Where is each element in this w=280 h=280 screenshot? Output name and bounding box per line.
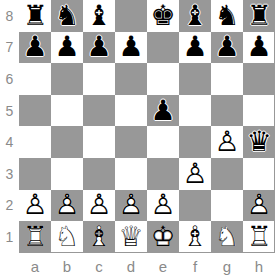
square-a6[interactable] <box>19 63 51 95</box>
rank-label-1: 1 <box>0 221 19 253</box>
file-label-a: a <box>19 253 51 280</box>
piece-glyph: ♟ <box>83 32 115 64</box>
rank-label-3: 3 <box>0 158 19 190</box>
piece-glyph: ♟ <box>243 32 275 64</box>
square-e8[interactable]: ♚ <box>147 0 179 32</box>
piece-white-bishop[interactable]: ♝♗ <box>179 221 211 253</box>
square-e3[interactable] <box>147 158 179 190</box>
piece-outline: ♘ <box>211 221 243 253</box>
piece-white-bishop[interactable]: ♝♗ <box>83 221 115 253</box>
square-g3[interactable] <box>211 158 243 190</box>
square-g1[interactable]: ♞♘ <box>211 221 243 253</box>
corner-spacer <box>0 253 19 280</box>
piece-black-pawn[interactable]: ♟ <box>211 32 243 64</box>
file-label-h: h <box>243 253 275 280</box>
square-g8[interactable]: ♞ <box>211 0 243 32</box>
piece-outline: ♙ <box>147 190 179 222</box>
square-c7[interactable]: ♟ <box>83 32 115 64</box>
chess-diagram: 8♜♞♝♚♝♞♜7♟♟♟♟♟♟♟65♟4♟♙♛3♟♙2♟♙♟♙♟♙♟♙♟♙♟♙1… <box>0 0 280 280</box>
piece-outline: ♗ <box>179 221 211 253</box>
square-a4[interactable] <box>19 126 51 158</box>
square-h4[interactable]: ♛ <box>243 126 275 158</box>
square-f3[interactable]: ♟♙ <box>179 158 211 190</box>
square-e7[interactable] <box>147 32 179 64</box>
square-b3[interactable] <box>51 158 83 190</box>
piece-outline: ♙ <box>243 190 275 222</box>
square-b4[interactable] <box>51 126 83 158</box>
piece-glyph: ♝ <box>83 0 115 32</box>
piece-outline: ♕ <box>115 221 147 253</box>
square-f8[interactable]: ♝ <box>179 0 211 32</box>
piece-black-king[interactable]: ♚ <box>147 0 179 32</box>
square-a5[interactable] <box>19 95 51 127</box>
square-d2[interactable]: ♟♙ <box>115 190 147 222</box>
piece-white-rook[interactable]: ♜♖ <box>243 221 275 253</box>
square-f1[interactable]: ♝♗ <box>179 221 211 253</box>
square-h1[interactable]: ♜♖ <box>243 221 275 253</box>
square-c4[interactable] <box>83 126 115 158</box>
square-e4[interactable] <box>147 126 179 158</box>
piece-white-queen[interactable]: ♛♕ <box>115 221 147 253</box>
piece-outline: ♔ <box>147 221 179 253</box>
square-d5[interactable] <box>115 95 147 127</box>
square-g4[interactable]: ♟♙ <box>211 126 243 158</box>
piece-black-queen[interactable]: ♛ <box>243 126 275 158</box>
square-d8[interactable] <box>115 0 147 32</box>
piece-black-knight[interactable]: ♞ <box>211 0 243 32</box>
square-f6[interactable] <box>179 63 211 95</box>
square-e6[interactable] <box>147 63 179 95</box>
square-h8[interactable]: ♜ <box>243 0 275 32</box>
piece-glyph: ♟ <box>211 32 243 64</box>
piece-glyph: ♟ <box>115 32 147 64</box>
square-d6[interactable] <box>115 63 147 95</box>
square-e2[interactable]: ♟♙ <box>147 190 179 222</box>
square-b5[interactable] <box>51 95 83 127</box>
piece-white-pawn[interactable]: ♟♙ <box>211 126 243 158</box>
piece-white-pawn[interactable]: ♟♙ <box>147 190 179 222</box>
piece-black-pawn[interactable]: ♟ <box>179 32 211 64</box>
square-c5[interactable] <box>83 95 115 127</box>
square-h7[interactable]: ♟ <box>243 32 275 64</box>
square-h6[interactable] <box>243 63 275 95</box>
square-b2[interactable]: ♟♙ <box>51 190 83 222</box>
piece-outline: ♙ <box>211 126 243 158</box>
square-b1[interactable]: ♞♘ <box>51 221 83 253</box>
piece-white-king[interactable]: ♚♔ <box>147 221 179 253</box>
piece-black-rook[interactable]: ♜ <box>19 0 51 32</box>
square-c6[interactable] <box>83 63 115 95</box>
piece-black-pawn[interactable]: ♟ <box>19 32 51 64</box>
piece-white-rook[interactable]: ♜♖ <box>19 221 51 253</box>
file-label-f: f <box>179 253 211 280</box>
piece-white-pawn[interactable]: ♟♙ <box>243 190 275 222</box>
piece-white-pawn[interactable]: ♟♙ <box>19 190 51 222</box>
square-d3[interactable] <box>115 158 147 190</box>
square-f7[interactable]: ♟ <box>179 32 211 64</box>
piece-white-knight[interactable]: ♞♘ <box>51 221 83 253</box>
piece-black-pawn[interactable]: ♟ <box>243 32 275 64</box>
square-b6[interactable] <box>51 63 83 95</box>
square-a8[interactable]: ♜ <box>19 0 51 32</box>
piece-outline: ♙ <box>83 190 115 222</box>
piece-white-knight[interactable]: ♞♘ <box>211 221 243 253</box>
square-e1[interactable]: ♚♔ <box>147 221 179 253</box>
square-a7[interactable]: ♟ <box>19 32 51 64</box>
piece-black-pawn[interactable]: ♟ <box>51 32 83 64</box>
square-g5[interactable] <box>211 95 243 127</box>
piece-outline: ♗ <box>83 221 115 253</box>
square-h3[interactable] <box>243 158 275 190</box>
rank-label-7: 7 <box>0 32 19 64</box>
square-b8[interactable]: ♞ <box>51 0 83 32</box>
piece-black-pawn[interactable]: ♟ <box>83 32 115 64</box>
piece-outline: ♙ <box>19 190 51 222</box>
piece-black-bishop[interactable]: ♝ <box>179 0 211 32</box>
square-d7[interactable]: ♟ <box>115 32 147 64</box>
square-g2[interactable] <box>211 190 243 222</box>
square-e5[interactable]: ♟ <box>147 95 179 127</box>
piece-glyph: ♞ <box>211 0 243 32</box>
piece-outline: ♖ <box>243 221 275 253</box>
square-d1[interactable]: ♛♕ <box>115 221 147 253</box>
file-label-g: g <box>211 253 243 280</box>
file-label-c: c <box>83 253 115 280</box>
piece-glyph: ♟ <box>51 32 83 64</box>
square-f5[interactable] <box>179 95 211 127</box>
piece-outline: ♘ <box>51 221 83 253</box>
square-a1[interactable]: ♜♖ <box>19 221 51 253</box>
piece-white-pawn[interactable]: ♟♙ <box>115 190 147 222</box>
piece-glyph: ♚ <box>147 0 179 32</box>
piece-outline: ♖ <box>19 221 51 253</box>
piece-glyph: ♛ <box>243 126 275 158</box>
square-a2[interactable]: ♟♙ <box>19 190 51 222</box>
piece-white-pawn[interactable]: ♟♙ <box>83 190 115 222</box>
square-c2[interactable]: ♟♙ <box>83 190 115 222</box>
square-d4[interactable] <box>115 126 147 158</box>
piece-outline: ♙ <box>115 190 147 222</box>
square-c8[interactable]: ♝ <box>83 0 115 32</box>
piece-black-pawn[interactable]: ♟ <box>115 32 147 64</box>
rank-label-4: 4 <box>0 126 19 158</box>
piece-glyph: ♟ <box>19 32 51 64</box>
file-label-d: d <box>115 253 147 280</box>
square-h5[interactable] <box>243 95 275 127</box>
rank-label-6: 6 <box>0 63 19 95</box>
piece-outline: ♙ <box>51 190 83 222</box>
square-f4[interactable] <box>179 126 211 158</box>
file-label-e: e <box>147 253 179 280</box>
square-g6[interactable] <box>211 63 243 95</box>
piece-glyph: ♝ <box>179 0 211 32</box>
piece-glyph: ♟ <box>147 95 179 127</box>
piece-black-rook[interactable]: ♜ <box>243 0 275 32</box>
rank-label-5: 5 <box>0 95 19 127</box>
square-h2[interactable]: ♟♙ <box>243 190 275 222</box>
piece-glyph: ♞ <box>51 0 83 32</box>
rank-label-2: 2 <box>0 190 19 222</box>
chess-board: 8♜♞♝♚♝♞♜7♟♟♟♟♟♟♟65♟4♟♙♛3♟♙2♟♙♟♙♟♙♟♙♟♙♟♙1… <box>0 0 280 280</box>
piece-black-pawn[interactable]: ♟ <box>147 95 179 127</box>
square-g7[interactable]: ♟ <box>211 32 243 64</box>
square-a3[interactable] <box>19 158 51 190</box>
file-label-b: b <box>51 253 83 280</box>
rank-label-8: 8 <box>0 0 19 32</box>
piece-outline: ♙ <box>179 158 211 190</box>
square-c1[interactable]: ♝♗ <box>83 221 115 253</box>
piece-glyph: ♜ <box>19 0 51 32</box>
square-c3[interactable] <box>83 158 115 190</box>
piece-black-bishop[interactable]: ♝ <box>83 0 115 32</box>
piece-black-knight[interactable]: ♞ <box>51 0 83 32</box>
square-f2[interactable] <box>179 190 211 222</box>
piece-glyph: ♜ <box>243 0 275 32</box>
piece-white-pawn[interactable]: ♟♙ <box>179 158 211 190</box>
piece-glyph: ♟ <box>179 32 211 64</box>
piece-white-pawn[interactable]: ♟♙ <box>51 190 83 222</box>
square-b7[interactable]: ♟ <box>51 32 83 64</box>
